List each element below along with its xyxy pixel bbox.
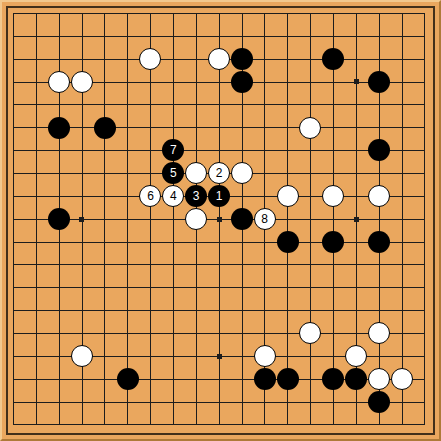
stone-white-move-8: 8 [254,208,276,230]
stone-black [322,368,344,390]
stone-white [71,71,93,93]
stone-white [277,185,299,207]
star-point [217,354,222,359]
stone-black-move-3: 3 [185,185,207,207]
stone-black [322,48,344,70]
stone-black [368,391,390,413]
star-point [217,217,222,222]
stone-black [48,117,70,139]
stone-black-move-5: 5 [162,162,184,184]
stone-black-move-1: 1 [208,185,230,207]
stone-white [48,71,70,93]
stone-white [299,322,321,344]
stone-black [94,117,116,139]
stone-black-move-7: 7 [162,139,184,161]
stone-white [71,345,93,367]
stone-white [254,345,276,367]
stone-white [345,345,367,367]
stone-white [368,322,390,344]
board-grid: 75264318 [2,2,436,436]
stone-white [368,368,390,390]
stone-white [231,162,253,184]
stone-black [368,71,390,93]
stone-white-move-4: 4 [162,185,184,207]
stone-black [345,368,367,390]
stone-black [277,231,299,253]
stone-white [185,162,207,184]
stone-black [231,71,253,93]
stone-black [368,139,390,161]
stone-black [48,208,70,230]
stone-white-move-6: 6 [139,185,161,207]
stone-white [208,48,230,70]
stone-white-move-2: 2 [208,162,230,184]
stone-white [322,185,344,207]
star-point [354,79,359,84]
star-point [354,217,359,222]
stone-black [117,368,139,390]
stone-white [299,117,321,139]
go-board: 75264318 [0,0,441,441]
stone-black [254,368,276,390]
stone-black [368,231,390,253]
stone-white [139,48,161,70]
stone-white [185,208,207,230]
stone-white [391,368,413,390]
stone-black [322,231,344,253]
stone-white [368,185,390,207]
star-point [79,217,84,222]
stone-black [231,208,253,230]
stone-black [277,368,299,390]
stone-black [231,48,253,70]
